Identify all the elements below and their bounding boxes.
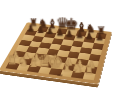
chess-board: ♜♞♝♛♚♝♞♜♟♟♟♟♟♟♟♟♟♟♟♟♟♟♟♟♜♞♝♛♚♝♞♜ xyxy=(0,22,112,84)
white-knight: ♞ xyxy=(72,62,84,75)
black-pawn: ♟ xyxy=(27,24,35,33)
black-pawn: ♟ xyxy=(95,32,103,41)
board-grid: ♜♞♝♛♚♝♞♜♟♟♟♟♟♟♟♟♟♟♟♟♟♟♟♟♜♞♝♛♚♝♞♜ xyxy=(5,25,106,80)
black-pawn: ♟ xyxy=(46,26,54,35)
black-pawn: ♟ xyxy=(65,28,73,37)
black-pawn: ♟ xyxy=(75,29,83,38)
black-pawn: ♟ xyxy=(56,27,64,36)
black-pawn: ♟ xyxy=(85,31,93,40)
board-square xyxy=(92,43,104,50)
white-rook: ♜ xyxy=(7,54,17,66)
board-square: ♜ xyxy=(82,72,95,80)
black-pawn: ♟ xyxy=(36,25,44,34)
chess-set-photo: ♜♞♝♛♚♝♞♜♟♟♟♟♟♟♟♟♟♟♟♟♟♟♟♟♜♞♝♛♚♝♞♜ xyxy=(0,0,124,93)
white-rook: ♜ xyxy=(84,64,95,76)
board-square xyxy=(90,48,102,55)
board-square xyxy=(59,45,71,52)
